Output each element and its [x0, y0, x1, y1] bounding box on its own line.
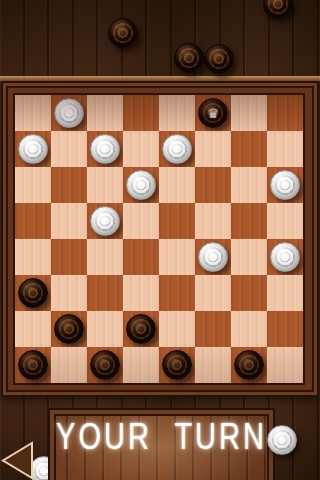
turn-banner: YOUR TURN [48, 408, 275, 480]
back-button[interactable] [0, 441, 34, 480]
board-square[interactable] [231, 347, 267, 383]
board-square [123, 347, 159, 383]
board-square [231, 167, 267, 203]
board-square [123, 275, 159, 311]
piece-white-man[interactable] [54, 98, 84, 128]
piece-black-man[interactable] [18, 278, 48, 308]
board-square [267, 275, 303, 311]
board-square[interactable] [15, 203, 51, 239]
board-square [195, 203, 231, 239]
board-square [267, 347, 303, 383]
board-square[interactable] [195, 167, 231, 203]
captured-black-piece [108, 18, 138, 48]
board-square[interactable] [195, 311, 231, 347]
board-square[interactable] [51, 95, 87, 131]
board-square [159, 167, 195, 203]
board-square[interactable] [87, 275, 123, 311]
board-square [159, 311, 195, 347]
captured-black-piece [263, 0, 293, 19]
board-square[interactable] [123, 311, 159, 347]
board-square[interactable] [159, 203, 195, 239]
board-square [195, 131, 231, 167]
board-square[interactable] [231, 131, 267, 167]
board-square [87, 95, 123, 131]
board-square[interactable] [51, 311, 87, 347]
piece-white-man[interactable] [90, 206, 120, 236]
board-square[interactable] [267, 167, 303, 203]
board-square[interactable] [51, 167, 87, 203]
board-square [15, 167, 51, 203]
piece-black-man[interactable] [162, 350, 192, 380]
piece-black-man[interactable] [126, 314, 156, 344]
board-square [231, 311, 267, 347]
board-square [15, 95, 51, 131]
board-square [51, 203, 87, 239]
board-square [195, 275, 231, 311]
board-square [123, 131, 159, 167]
board-square [51, 275, 87, 311]
board-square [15, 239, 51, 275]
board-square[interactable] [267, 239, 303, 275]
board-square[interactable] [267, 95, 303, 131]
piece-black-man[interactable] [54, 314, 84, 344]
board-square [87, 311, 123, 347]
board-square [195, 347, 231, 383]
board-square [159, 239, 195, 275]
board-square [51, 347, 87, 383]
board-square[interactable] [123, 167, 159, 203]
back-arrow-icon [0, 441, 34, 480]
piece-black-man[interactable] [18, 350, 48, 380]
board-square[interactable] [15, 275, 51, 311]
captured-white-piece [267, 425, 297, 455]
board-square [15, 311, 51, 347]
board-square [87, 167, 123, 203]
board-square [267, 131, 303, 167]
board-square[interactable] [231, 203, 267, 239]
board-square [159, 95, 195, 131]
piece-white-man[interactable] [162, 134, 192, 164]
board-square [51, 131, 87, 167]
captured-black-piece [174, 43, 204, 73]
board-square[interactable] [267, 311, 303, 347]
piece-black-man[interactable] [90, 350, 120, 380]
board-square[interactable] [123, 95, 159, 131]
game-screen: ♛ YOUR TURN [0, 0, 320, 480]
piece-white-man[interactable] [198, 242, 228, 272]
board-square [231, 239, 267, 275]
board-square [123, 203, 159, 239]
board-square[interactable] [159, 131, 195, 167]
piece-black-man[interactable] [234, 350, 264, 380]
piece-black-king[interactable]: ♛ [198, 98, 228, 128]
board-square [267, 203, 303, 239]
piece-white-man[interactable] [18, 134, 48, 164]
board-square[interactable] [15, 347, 51, 383]
piece-white-man[interactable] [270, 242, 300, 272]
turn-banner-text: YOUR TURN [56, 416, 267, 457]
board-square[interactable] [51, 239, 87, 275]
board-square[interactable] [231, 275, 267, 311]
piece-white-man[interactable] [126, 170, 156, 200]
king-crown-icon: ♛ [207, 107, 219, 120]
piece-white-man[interactable] [270, 170, 300, 200]
board-square[interactable]: ♛ [195, 95, 231, 131]
board-grid: ♛ [15, 95, 303, 383]
board-square[interactable] [123, 239, 159, 275]
piece-white-man[interactable] [90, 134, 120, 164]
board-square[interactable] [15, 131, 51, 167]
board-square[interactable] [159, 347, 195, 383]
board-square[interactable] [159, 275, 195, 311]
board-square [87, 239, 123, 275]
board-square[interactable] [87, 131, 123, 167]
board-square[interactable] [195, 239, 231, 275]
captured-black-piece [204, 44, 234, 74]
board-square [231, 95, 267, 131]
board-square[interactable] [87, 203, 123, 239]
board-square[interactable] [87, 347, 123, 383]
